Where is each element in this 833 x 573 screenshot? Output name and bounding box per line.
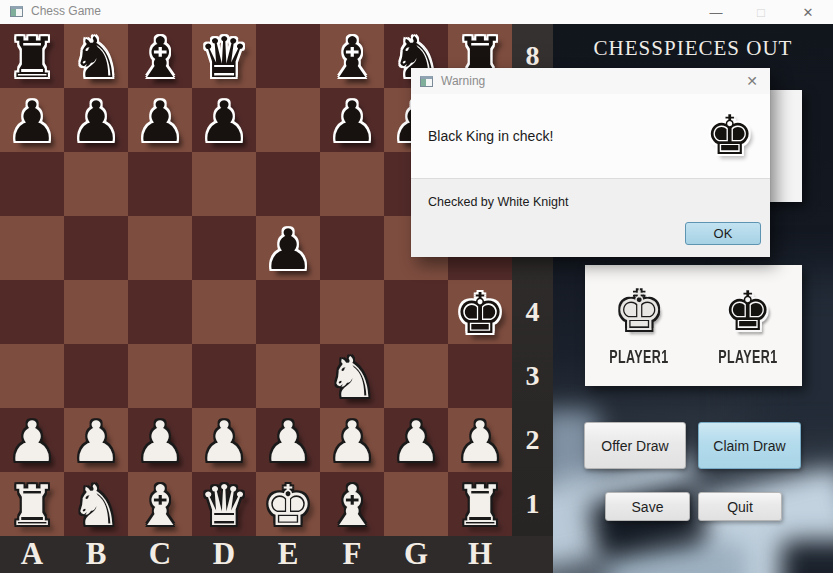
square-f1[interactable]: ♝ [320,472,384,536]
white-king-icon: ♚ [615,285,663,339]
square-a8[interactable]: ♜ [0,24,64,88]
piece-black-pawn-a7[interactable]: ♟ [0,88,64,152]
piece-white-bishop-c1[interactable]: ♝ [128,472,192,536]
dialog-body: Black King in check! ♚ [411,94,770,178]
square-g4[interactable] [384,280,448,344]
window-title: Chess Game [31,4,101,18]
square-f4[interactable] [320,280,384,344]
square-c2[interactable]: ♟ [128,408,192,472]
square-e1[interactable]: ♚ [256,472,320,536]
claim-draw-button[interactable]: Claim Draw [698,422,801,469]
square-b5[interactable] [64,216,128,280]
maximize-button[interactable]: □ [749,0,773,24]
quit-button[interactable]: Quit [698,492,782,521]
piece-black-pawn-b7[interactable]: ♟ [64,88,128,152]
square-f8[interactable]: ♝ [320,24,384,88]
square-a5[interactable] [0,216,64,280]
piece-black-pawn-d7[interactable]: ♟ [192,88,256,152]
file-label-F: F [320,536,384,573]
file-label-G: G [384,536,448,573]
square-d7[interactable]: ♟ [192,88,256,152]
square-c1[interactable]: ♝ [128,472,192,536]
square-e6[interactable] [256,152,320,216]
piece-white-pawn-g2[interactable]: ♟ [384,408,448,472]
square-b3[interactable] [64,344,128,408]
dialog-titlebar[interactable]: Warning ✕ [411,68,770,94]
square-c3[interactable] [128,344,192,408]
rank-label-3: 3 [512,344,553,408]
close-button[interactable]: ✕ [796,0,820,24]
save-button[interactable]: Save [605,492,690,521]
square-h1[interactable]: ♜ [448,472,512,536]
dialog-icon [420,76,433,87]
piece-white-queen-d1[interactable]: ♛ [192,472,256,536]
square-b8[interactable]: ♞ [64,24,128,88]
square-e8[interactable] [256,24,320,88]
warning-dialog: Warning ✕ Black King in check! ♚ Checked… [411,68,770,257]
offer-draw-button[interactable]: Offer Draw [584,422,686,469]
dialog-footer: Checked by White Knight OK [411,179,770,257]
square-f5[interactable] [320,216,384,280]
square-b6[interactable] [64,152,128,216]
square-d3[interactable] [192,344,256,408]
minimize-button[interactable]: — [704,0,728,24]
square-a7[interactable]: ♟ [0,88,64,152]
file-label-A: A [0,536,64,573]
photo-blob [781,540,833,573]
piece-white-pawn-b2[interactable]: ♟ [64,408,128,472]
square-b1[interactable]: ♞ [64,472,128,536]
square-a6[interactable] [0,152,64,216]
app-icon [10,6,23,17]
piece-white-pawn-e2[interactable]: ♟ [256,408,320,472]
dialog-message: Black King in check! [428,128,553,144]
piece-black-bishop-f8[interactable]: ♝ [320,24,384,88]
piece-white-bishop-f1[interactable]: ♝ [320,472,384,536]
square-f7[interactable]: ♟ [320,88,384,152]
piece-white-pawn-a2[interactable]: ♟ [0,408,64,472]
square-d5[interactable] [192,216,256,280]
piece-black-rook-a8[interactable]: ♜ [0,24,64,88]
square-e3[interactable] [256,344,320,408]
square-f6[interactable] [320,152,384,216]
dialog-close-icon[interactable]: ✕ [743,73,761,89]
square-a4[interactable] [0,280,64,344]
square-a3[interactable] [0,344,64,408]
piece-white-pawn-f2[interactable]: ♟ [320,408,384,472]
piece-white-rook-h1[interactable]: ♜ [448,472,512,536]
square-c4[interactable] [128,280,192,344]
square-a1[interactable]: ♜ [0,472,64,536]
file-label-E: E [256,536,320,573]
file-label-C: C [128,536,192,573]
file-labels-strip: ABCDEFGH [0,536,553,573]
square-f2[interactable]: ♟ [320,408,384,472]
player-white: ♚ PLAYER1 [601,285,677,366]
square-g3[interactable] [384,344,448,408]
square-d2[interactable]: ♟ [192,408,256,472]
square-e7[interactable] [256,88,320,152]
rank-label-2: 2 [512,408,553,472]
players-panel: ♚ PLAYER1 ♚ PLAYER1 [585,265,802,386]
square-e4[interactable] [256,280,320,344]
file-label-D: D [192,536,256,573]
piece-white-pawn-h2[interactable]: ♟ [448,408,512,472]
rank-label-1: 1 [512,472,553,536]
square-c5[interactable] [128,216,192,280]
player-black-label: PLAYER1 [718,347,777,368]
piece-black-king-h4[interactable]: ♚ [448,280,512,344]
piece-black-pawn-f7[interactable]: ♟ [320,88,384,152]
square-g1[interactable] [384,472,448,536]
square-d1[interactable]: ♛ [192,472,256,536]
player-black: ♚ PLAYER1 [710,285,786,366]
dialog-detail: Checked by White Knight [428,195,568,209]
square-c6[interactable] [128,152,192,216]
square-b4[interactable] [64,280,128,344]
rank-label-4: 4 [512,280,553,344]
piece-white-pawn-d2[interactable]: ♟ [192,408,256,472]
file-label-H: H [448,536,512,573]
square-b2[interactable]: ♟ [64,408,128,472]
file-label-B: B [64,536,128,573]
square-e5[interactable]: ♟ [256,216,320,280]
player-white-label: PLAYER1 [610,347,669,368]
square-b7[interactable]: ♟ [64,88,128,152]
piece-black-bishop-c8[interactable]: ♝ [128,24,192,88]
ok-button[interactable]: OK [685,222,761,245]
piece-black-pawn-e5[interactable]: ♟ [256,216,320,280]
piece-white-king-e1[interactable]: ♚ [256,472,320,536]
dialog-title: Warning [441,74,743,88]
square-d4[interactable] [192,280,256,344]
square-h2[interactable]: ♟ [448,408,512,472]
sidebar-title: CHESSPIECES OUT [553,36,833,61]
piece-black-queen-d8[interactable]: ♛ [192,24,256,88]
square-a2[interactable]: ♟ [0,408,64,472]
square-h3[interactable] [448,344,512,408]
black-king-icon: ♚ [724,285,772,339]
piece-white-rook-a1[interactable]: ♜ [0,472,64,536]
piece-white-pawn-c2[interactable]: ♟ [128,408,192,472]
piece-black-pawn-c7[interactable]: ♟ [128,88,192,152]
square-e2[interactable]: ♟ [256,408,320,472]
square-g2[interactable]: ♟ [384,408,448,472]
app-window: Chess Game — □ ✕ ♜♞♝♛♝♞♜♟♟♟♟♟♟♟♟♚♞♟♟♟♟♟♟… [0,0,833,573]
square-h4[interactable]: ♚ [448,280,512,344]
square-d8[interactable]: ♛ [192,24,256,88]
square-f3[interactable]: ♞ [320,344,384,408]
piece-white-knight-f3[interactable]: ♞ [320,344,384,408]
piece-black-knight-b8[interactable]: ♞ [64,24,128,88]
window-titlebar[interactable]: Chess Game — □ ✕ [0,0,833,24]
piece-white-knight-b1[interactable]: ♞ [64,472,128,536]
square-d6[interactable] [192,152,256,216]
square-c7[interactable]: ♟ [128,88,192,152]
black-king-check-icon: ♚ [706,109,754,163]
square-c8[interactable]: ♝ [128,24,192,88]
